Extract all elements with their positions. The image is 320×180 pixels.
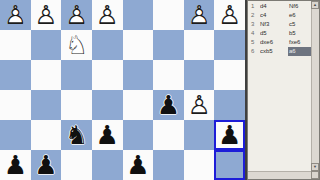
move-number: 1 <box>249 2 260 11</box>
horizontal-scrollbar[interactable] <box>248 171 319 179</box>
piece-outline: ♙ <box>214 0 245 30</box>
piece-outline: ♙ <box>31 0 62 30</box>
square-e7[interactable] <box>92 150 123 180</box>
move-row: 1d4Nf6 <box>249 2 310 11</box>
piece-outline: ♙ <box>61 0 92 30</box>
square-a3[interactable] <box>214 30 245 60</box>
square-h3[interactable] <box>0 30 31 60</box>
move-list: 1d4Nf62c4e63Nf3c54d5b55dxe6fxe66cxb5a6 <box>249 2 310 170</box>
square-d6[interactable] <box>123 120 154 150</box>
scroll-up-button[interactable]: ▲ <box>311 1 319 9</box>
square-c2[interactable] <box>153 0 184 30</box>
square-g6[interactable] <box>31 120 62 150</box>
piece-glyph: ♟ <box>31 150 62 180</box>
move-number: 5 <box>249 38 260 47</box>
square-a4[interactable] <box>214 60 245 90</box>
chess-board: ♟♙♟♙♟♙♟♙♟♙♟♙♞♘♟♟♙♞♟♟♟♟♟ <box>0 0 245 180</box>
square-c5[interactable]: ♟ <box>153 90 184 120</box>
square-d7[interactable]: ♟ <box>123 150 154 180</box>
piece-outline: ♙ <box>184 0 215 30</box>
square-f3[interactable]: ♞♘ <box>61 30 92 60</box>
square-e2[interactable]: ♟♙ <box>92 0 123 30</box>
scroll-down-button[interactable]: ▼ <box>311 163 319 171</box>
square-d3[interactable] <box>123 30 154 60</box>
square-h4[interactable] <box>0 60 31 90</box>
square-a7[interactable] <box>214 150 245 180</box>
move-list-panel: 1d4Nf62c4e63Nf3c54d5b55dxe6fxe66cxb5a6 ▲… <box>247 0 320 180</box>
piece-outline: ♙ <box>92 0 123 30</box>
square-f4[interactable] <box>61 60 92 90</box>
black-pawn-piece: ♟ <box>92 120 123 150</box>
white-knight-piece: ♞♘ <box>61 30 92 60</box>
square-b7[interactable] <box>184 150 215 180</box>
square-e6[interactable]: ♟ <box>92 120 123 150</box>
square-b2[interactable]: ♟♙ <box>184 0 215 30</box>
square-c7[interactable] <box>153 150 184 180</box>
square-a6[interactable]: ♟ <box>214 120 245 150</box>
square-e3[interactable] <box>92 30 123 60</box>
square-h7[interactable]: ♟ <box>0 150 31 180</box>
square-d2[interactable] <box>123 0 154 30</box>
move-number: 4 <box>249 29 260 38</box>
white-move[interactable]: dxe6 <box>260 38 288 47</box>
square-a5[interactable] <box>214 90 245 120</box>
square-c4[interactable] <box>153 60 184 90</box>
piece-outline: ♘ <box>61 30 92 60</box>
piece-outline: ♙ <box>184 90 215 120</box>
piece-glyph: ♞ <box>61 120 92 150</box>
black-pawn-piece: ♟ <box>31 150 62 180</box>
move-row: 6cxb5a6 <box>249 47 310 56</box>
piece-glyph: ♟ <box>0 150 31 180</box>
white-move[interactable]: d4 <box>260 2 288 11</box>
white-move[interactable]: c4 <box>260 11 288 20</box>
square-d4[interactable] <box>123 60 154 90</box>
white-move[interactable]: Nf3 <box>260 20 288 29</box>
move-row: 2c4e6 <box>249 11 310 20</box>
black-knight-piece: ♞ <box>61 120 92 150</box>
square-g4[interactable] <box>31 60 62 90</box>
square-c3[interactable] <box>153 30 184 60</box>
piece-outline: ♙ <box>0 0 31 30</box>
square-b6[interactable] <box>184 120 215 150</box>
resize-grip[interactable] <box>311 171 319 179</box>
vertical-scrollbar[interactable]: ▲ ▼ <box>311 1 319 171</box>
square-c6[interactable] <box>153 120 184 150</box>
square-g2[interactable]: ♟♙ <box>31 0 62 30</box>
square-h2[interactable]: ♟♙ <box>0 0 31 30</box>
square-f6[interactable]: ♞ <box>61 120 92 150</box>
square-h6[interactable] <box>0 120 31 150</box>
white-pawn-piece: ♟♙ <box>184 90 215 120</box>
black-pawn-piece: ♟ <box>214 120 245 150</box>
white-pawn-piece: ♟♙ <box>92 0 123 30</box>
square-d5[interactable] <box>123 90 154 120</box>
white-move[interactable]: d5 <box>260 29 288 38</box>
square-h5[interactable] <box>0 90 31 120</box>
white-pawn-piece: ♟♙ <box>61 0 92 30</box>
piece-glyph: ♟ <box>214 120 245 150</box>
square-b5[interactable]: ♟♙ <box>184 90 215 120</box>
square-g5[interactable] <box>31 90 62 120</box>
square-b4[interactable] <box>184 60 215 90</box>
square-b3[interactable] <box>184 30 215 60</box>
down-arrow-icon: ▼ <box>313 164 317 169</box>
move-number: 2 <box>249 11 260 20</box>
black-pawn-piece: ♟ <box>123 150 154 180</box>
move-row: 5dxe6fxe6 <box>249 38 310 47</box>
black-pawn-piece: ♟ <box>153 90 184 120</box>
square-f7[interactable] <box>61 150 92 180</box>
white-pawn-piece: ♟♙ <box>214 0 245 30</box>
white-pawn-piece: ♟♙ <box>31 0 62 30</box>
piece-glyph: ♟ <box>123 150 154 180</box>
black-pawn-piece: ♟ <box>0 150 31 180</box>
square-g7[interactable]: ♟ <box>31 150 62 180</box>
square-f5[interactable] <box>61 90 92 120</box>
square-e5[interactable] <box>92 90 123 120</box>
move-row: 4d5b5 <box>249 29 310 38</box>
up-arrow-icon: ▲ <box>313 2 317 7</box>
square-e4[interactable] <box>92 60 123 90</box>
white-pawn-piece: ♟♙ <box>0 0 31 30</box>
piece-glyph: ♟ <box>92 120 123 150</box>
app-window: ♟♙♟♙♟♙♟♙♟♙♟♙♞♘♟♟♙♞♟♟♟♟♟ 1d4Nf62c4e63Nf3c… <box>0 0 320 180</box>
move-number: 3 <box>249 20 260 29</box>
square-f2[interactable]: ♟♙ <box>61 0 92 30</box>
white-move[interactable]: cxb5 <box>260 47 288 56</box>
white-pawn-piece: ♟♙ <box>184 0 215 30</box>
piece-glyph: ♟ <box>153 90 184 120</box>
square-g3[interactable] <box>31 30 62 60</box>
move-row: 3Nf3c5 <box>249 20 310 29</box>
move-number: 6 <box>249 47 260 56</box>
square-a2[interactable]: ♟♙ <box>214 0 245 30</box>
